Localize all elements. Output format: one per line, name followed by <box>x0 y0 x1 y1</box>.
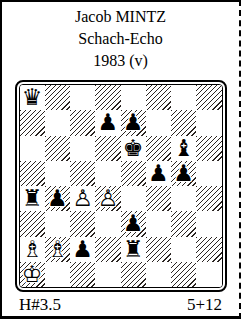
square-d3 <box>95 211 120 236</box>
square-f4 <box>146 186 171 211</box>
author-name: Jacob MINTZ <box>2 6 239 28</box>
caption-row: H#3.5 5+12 <box>2 294 239 315</box>
square-c5 <box>70 161 95 186</box>
source-name: Schach-Echo <box>2 28 239 50</box>
square-d6 <box>95 136 120 161</box>
square-b2: ♝♗ <box>45 237 70 262</box>
square-b3 <box>45 211 70 236</box>
square-a6 <box>20 136 45 161</box>
problem-card: Jacob MINTZ Schach-Echo 1983 (v) ♛♟♟♚♝♟♟… <box>0 0 241 319</box>
square-h2 <box>196 237 221 262</box>
black-pawn-g5: ♟ <box>171 161 196 186</box>
chess-board: ♛♟♟♚♝♟♟♜♟♟♙♟♙♟♝♗♝♗♟♜♚♔ <box>19 84 223 288</box>
square-e2: ♜ <box>121 237 146 262</box>
square-b6 <box>45 136 70 161</box>
square-f3 <box>146 211 171 236</box>
stipulation-label: H#3.5 <box>19 294 61 315</box>
white-bishop-a2: ♝♗ <box>20 237 45 262</box>
square-a1: ♚♔ <box>20 262 45 287</box>
square-a3 <box>20 211 45 236</box>
black-bishop-g6: ♝ <box>171 136 196 161</box>
square-d8 <box>95 85 120 110</box>
square-g8 <box>171 85 196 110</box>
white-bishop-b2: ♝♗ <box>45 237 70 262</box>
square-c4: ♟♙ <box>70 186 95 211</box>
square-c3 <box>70 211 95 236</box>
square-d5 <box>95 161 120 186</box>
square-d7: ♟ <box>95 110 120 135</box>
material-count-label: 5+12 <box>187 294 222 315</box>
square-e5 <box>121 161 146 186</box>
black-pawn-e7: ♟ <box>121 110 146 135</box>
square-c2: ♟ <box>70 237 95 262</box>
square-e4 <box>121 186 146 211</box>
square-f6 <box>146 136 171 161</box>
square-g7 <box>171 110 196 135</box>
square-d4: ♟♙ <box>95 186 120 211</box>
square-d1 <box>95 262 120 287</box>
square-h7 <box>196 110 221 135</box>
square-h4 <box>196 186 221 211</box>
black-queen-a8: ♛ <box>20 85 45 110</box>
square-a8: ♛ <box>20 85 45 110</box>
square-b5 <box>45 161 70 186</box>
square-e8 <box>121 85 146 110</box>
square-h8 <box>196 85 221 110</box>
square-a4: ♜ <box>20 186 45 211</box>
problem-header: Jacob MINTZ Schach-Echo 1983 (v) <box>2 6 239 72</box>
black-pawn-f5: ♟ <box>146 161 171 186</box>
square-e3: ♟ <box>121 211 146 236</box>
square-a2: ♝♗ <box>20 237 45 262</box>
square-e6: ♚ <box>121 136 146 161</box>
square-f7 <box>146 110 171 135</box>
square-h3 <box>196 211 221 236</box>
publication-year: 1983 (v) <box>2 50 239 72</box>
square-g2 <box>171 237 196 262</box>
white-pawn-c4: ♟♙ <box>70 186 95 211</box>
square-e1 <box>121 262 146 287</box>
square-b1 <box>45 262 70 287</box>
white-pawn-d4: ♟♙ <box>95 186 120 211</box>
square-b8 <box>45 85 70 110</box>
square-b7 <box>45 110 70 135</box>
square-g3 <box>171 211 196 236</box>
square-d2 <box>95 237 120 262</box>
black-pawn-b4: ♟ <box>45 186 70 211</box>
black-pawn-d7: ♟ <box>95 110 120 135</box>
square-g4 <box>171 186 196 211</box>
square-f2 <box>146 237 171 262</box>
square-b4: ♟ <box>45 186 70 211</box>
black-rook-a4: ♜ <box>20 186 45 211</box>
black-pawn-e3: ♟ <box>121 211 146 236</box>
square-c6 <box>70 136 95 161</box>
square-f8 <box>146 85 171 110</box>
square-a7 <box>20 110 45 135</box>
square-h6 <box>196 136 221 161</box>
square-c7 <box>70 110 95 135</box>
square-a5 <box>20 161 45 186</box>
black-rook-e2: ♜ <box>121 237 146 262</box>
black-king-e6: ♚ <box>121 136 146 161</box>
white-king-a1: ♚♔ <box>20 262 45 287</box>
square-c8 <box>70 85 95 110</box>
square-h5 <box>196 161 221 186</box>
square-g6: ♝ <box>171 136 196 161</box>
square-c1 <box>70 262 95 287</box>
chess-board-frame: ♛♟♟♚♝♟♟♜♟♟♙♟♙♟♝♗♝♗♟♜♚♔ <box>15 80 227 292</box>
square-f5: ♟ <box>146 161 171 186</box>
square-g1 <box>171 262 196 287</box>
square-f1 <box>146 262 171 287</box>
square-e7: ♟ <box>121 110 146 135</box>
square-h1 <box>196 262 221 287</box>
square-g5: ♟ <box>171 161 196 186</box>
black-pawn-c2: ♟ <box>70 237 95 262</box>
